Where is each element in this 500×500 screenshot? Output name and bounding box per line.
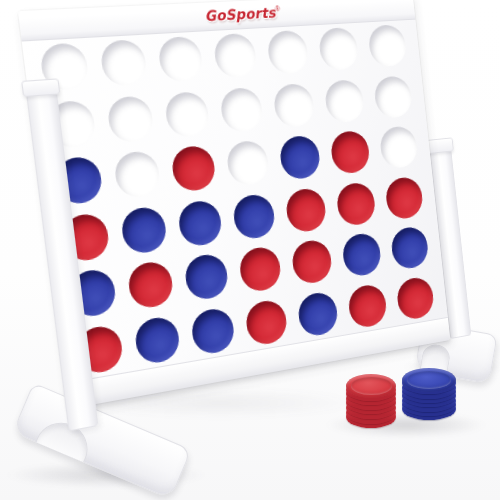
red-disc [284, 187, 327, 234]
cell-r2c4[interactable] [212, 81, 272, 139]
red-disc [238, 245, 282, 293]
empty-hole [219, 86, 264, 133]
empty-hole [213, 33, 258, 79]
empty-hole [373, 75, 413, 119]
blue-disc [297, 290, 340, 338]
cell-r4c3[interactable] [169, 193, 230, 254]
cell-r5c2[interactable] [119, 254, 183, 317]
blue-disc-stack[interactable] [402, 368, 456, 424]
cell-r1c2[interactable] [91, 33, 156, 93]
top-disc-face [402, 368, 456, 392]
cell-r2c2[interactable] [98, 89, 163, 150]
cell-r2c5[interactable] [265, 77, 322, 134]
cell-r5c3[interactable] [176, 246, 237, 308]
blue-disc [183, 253, 229, 302]
cell-r4c7[interactable] [378, 170, 431, 226]
red-disc [170, 145, 217, 193]
red-disc-stack[interactable] [346, 374, 396, 432]
gosports-logo-text: GoSports [204, 4, 277, 24]
empty-hole [225, 140, 270, 187]
empty-hole [99, 39, 148, 87]
cell-r5c5[interactable] [283, 233, 340, 292]
red-disc [127, 260, 175, 310]
cell-r2c7[interactable] [366, 70, 419, 125]
cell-r3c5[interactable] [271, 129, 328, 187]
empty-hole [318, 27, 360, 71]
empty-hole [113, 150, 162, 199]
cell-r5c7[interactable] [383, 220, 436, 277]
cell-r3c4[interactable] [218, 134, 277, 193]
product-photo-scene: GoSports® [0, 0, 500, 500]
blue-disc [390, 226, 430, 271]
cell-r3c2[interactable] [105, 144, 169, 205]
red-disc [384, 176, 424, 221]
empty-hole [106, 95, 155, 143]
red-disc [335, 181, 376, 227]
cell-r3c3[interactable] [163, 139, 225, 199]
cell-r2c6[interactable] [317, 73, 372, 129]
red-disc [290, 239, 333, 286]
red-disc [395, 275, 435, 321]
blue-disc [278, 135, 321, 181]
blue-disc [133, 315, 181, 366]
cell-r1c7[interactable] [361, 19, 415, 73]
top-disc-face [346, 374, 396, 398]
cell-r1c4[interactable] [205, 27, 265, 84]
red-disc [329, 130, 371, 175]
blue-disc [120, 205, 168, 255]
cell-r5c4[interactable] [231, 239, 290, 299]
cell-r1c6[interactable] [311, 22, 367, 77]
blue-disc [341, 232, 382, 278]
blue-disc [177, 199, 223, 248]
cell-r4c6[interactable] [328, 175, 383, 232]
gosports-logo: GoSports® [201, 3, 283, 25]
cell-r3c7[interactable] [372, 120, 425, 175]
red-disc [347, 283, 388, 330]
empty-hole [323, 79, 365, 124]
blue-disc [232, 193, 277, 241]
cell-r1c5[interactable] [259, 24, 317, 80]
cell-r4c4[interactable] [224, 187, 283, 247]
cell-r4c2[interactable] [112, 199, 176, 261]
cell-r1c3[interactable] [149, 30, 211, 89]
blue-disc [190, 306, 236, 356]
empty-hole [367, 24, 407, 67]
cell-r3c6[interactable] [323, 124, 378, 181]
red-disc [244, 298, 288, 347]
cell-r2c3[interactable] [156, 85, 218, 144]
empty-hole [379, 125, 419, 169]
cell-r5c6[interactable] [334, 226, 389, 284]
empty-hole [164, 91, 211, 138]
empty-hole [157, 36, 204, 83]
registered-trademark-mark: ® [275, 5, 281, 12]
cell-r4c5[interactable] [277, 181, 334, 239]
empty-hole [272, 82, 315, 128]
empty-hole [266, 30, 310, 75]
